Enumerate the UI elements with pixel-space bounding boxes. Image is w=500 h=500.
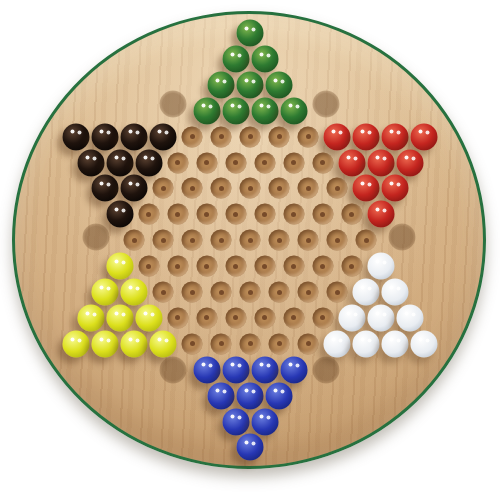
marble-black[interactable] [92, 123, 119, 150]
marble-blue[interactable] [280, 356, 307, 383]
marble-blue[interactable] [222, 408, 249, 435]
board-hole-r8c7[interactable] [283, 204, 304, 225]
board-hole-r10c9[interactable] [341, 256, 362, 277]
marble-red[interactable] [396, 149, 423, 176]
marble-yellow[interactable] [92, 279, 119, 306]
board-hole-r12c9[interactable] [312, 307, 333, 328]
marble-yellow[interactable] [121, 279, 148, 306]
board-hole-r12c6[interactable] [225, 307, 246, 328]
board-hole-r8c6[interactable] [254, 204, 275, 225]
marble-red[interactable] [353, 123, 380, 150]
marble-blue[interactable] [237, 382, 264, 409]
board-hole-r11c9[interactable] [327, 282, 348, 303]
board-hole-r13c9[interactable] [298, 333, 319, 354]
marble-black[interactable] [106, 149, 133, 176]
marble-white[interactable] [382, 279, 409, 306]
board-hole-r8c3[interactable] [167, 204, 188, 225]
board-hole-r5c8[interactable] [269, 126, 290, 147]
corner-plug-dot [159, 91, 186, 118]
marble-white[interactable] [353, 279, 380, 306]
board-hole-r7c3[interactable] [153, 178, 174, 199]
marble-blue[interactable] [222, 356, 249, 383]
board-hole-r10c8[interactable] [312, 256, 333, 277]
board-hole-r6c5[interactable] [196, 152, 217, 173]
marble-yellow[interactable] [92, 330, 119, 357]
marble-black[interactable] [135, 149, 162, 176]
marble-white[interactable] [367, 304, 394, 331]
marble-red[interactable] [382, 175, 409, 202]
board-hole-r8c2[interactable] [138, 204, 159, 225]
marble-green[interactable] [222, 97, 249, 124]
board-hole-r5c6[interactable] [211, 126, 232, 147]
marble-black[interactable] [106, 201, 133, 228]
board-hole-r9c3[interactable] [182, 230, 203, 251]
board-hole-r10c2[interactable] [138, 256, 159, 277]
board-hole-r6c8[interactable] [283, 152, 304, 173]
marble-green[interactable] [251, 45, 278, 72]
board-hole-r13c5[interactable] [182, 333, 203, 354]
board-hole-r7c8[interactable] [298, 178, 319, 199]
marble-green[interactable] [251, 97, 278, 124]
board-hole-r11c3[interactable] [153, 282, 174, 303]
board-hole-r7c5[interactable] [211, 178, 232, 199]
board-hole-r9c8[interactable] [327, 230, 348, 251]
marble-red[interactable] [353, 175, 380, 202]
marble-red[interactable] [382, 123, 409, 150]
board-hole-r10c3[interactable] [167, 256, 188, 277]
board-hole-r6c9[interactable] [312, 152, 333, 173]
board-hole-r5c7[interactable] [240, 126, 261, 147]
marble-black[interactable] [121, 123, 148, 150]
board-hole-r11c5[interactable] [211, 282, 232, 303]
corner-plug-dot [312, 356, 339, 383]
marble-yellow[interactable] [121, 330, 148, 357]
board-hole-r9c5[interactable] [240, 230, 261, 251]
marble-red[interactable] [367, 201, 394, 228]
marble-white[interactable] [353, 330, 380, 357]
marble-green[interactable] [208, 71, 235, 98]
board-hole-r5c9[interactable] [298, 126, 319, 147]
marble-blue[interactable] [251, 408, 278, 435]
marble-white[interactable] [367, 253, 394, 280]
board-hole-r8c9[interactable] [341, 204, 362, 225]
board-hole-r11c4[interactable] [182, 282, 203, 303]
board-hole-r10c7[interactable] [283, 256, 304, 277]
marble-yellow[interactable] [63, 330, 90, 357]
board-hole-r10c6[interactable] [254, 256, 275, 277]
board-hole-r6c7[interactable] [254, 152, 275, 173]
board-hole-r9c7[interactable] [298, 230, 319, 251]
board-hole-r13c8[interactable] [269, 333, 290, 354]
marble-white[interactable] [338, 304, 365, 331]
marble-black[interactable] [92, 175, 119, 202]
board-hole-r13c7[interactable] [240, 333, 261, 354]
board-hole-r7c6[interactable] [240, 178, 261, 199]
board-hole-r9c9[interactable] [356, 230, 377, 251]
marble-yellow[interactable] [77, 304, 104, 331]
marble-blue[interactable] [251, 356, 278, 383]
marble-blue[interactable] [237, 434, 264, 461]
marble-blue[interactable] [266, 382, 293, 409]
board-hole-r7c9[interactable] [327, 178, 348, 199]
board-hole-r11c6[interactable] [240, 282, 261, 303]
board-hole-r7c7[interactable] [269, 178, 290, 199]
marble-black[interactable] [63, 123, 90, 150]
marble-red[interactable] [324, 123, 351, 150]
board-hole-r8c8[interactable] [312, 204, 333, 225]
corner-plug-dot [83, 224, 110, 251]
marble-yellow[interactable] [150, 330, 177, 357]
marble-yellow[interactable] [135, 304, 162, 331]
marble-yellow[interactable] [106, 304, 133, 331]
marble-green[interactable] [237, 71, 264, 98]
board-hole-r6c4[interactable] [167, 152, 188, 173]
board-hole-r8c5[interactable] [225, 204, 246, 225]
board-hole-r12c7[interactable] [254, 307, 275, 328]
board-hole-r12c8[interactable] [283, 307, 304, 328]
marble-green[interactable] [266, 71, 293, 98]
corner-plug-dot [159, 356, 186, 383]
marble-white[interactable] [411, 330, 438, 357]
board-hole-r9c6[interactable] [269, 230, 290, 251]
board-hole-r13c6[interactable] [211, 333, 232, 354]
screenshot-stage [0, 0, 500, 500]
board-hole-r11c7[interactable] [269, 282, 290, 303]
board-hole-r7c4[interactable] [182, 178, 203, 199]
board-hole-r11c8[interactable] [298, 282, 319, 303]
marble-yellow[interactable] [106, 253, 133, 280]
board-hole-r8c4[interactable] [196, 204, 217, 225]
corner-plug-dot [312, 91, 339, 118]
corner-plug-dot [389, 224, 416, 251]
marble-green[interactable] [280, 97, 307, 124]
marble-black[interactable] [77, 149, 104, 176]
marble-white[interactable] [396, 304, 423, 331]
marble-blue[interactable] [208, 382, 235, 409]
marble-black[interactable] [121, 175, 148, 202]
board-hole-r9c2[interactable] [153, 230, 174, 251]
marble-red[interactable] [411, 123, 438, 150]
board-hole-r10c4[interactable] [196, 256, 217, 277]
marble-red[interactable] [338, 149, 365, 176]
board-hole-r9c4[interactable] [211, 230, 232, 251]
board-hole-r5c5[interactable] [182, 126, 203, 147]
board-hole-r9c1[interactable] [124, 230, 145, 251]
marble-green[interactable] [237, 20, 264, 47]
board-hole-r10c5[interactable] [225, 256, 246, 277]
marble-green[interactable] [222, 45, 249, 72]
marble-black[interactable] [150, 123, 177, 150]
marble-blue[interactable] [193, 356, 220, 383]
marble-white[interactable] [324, 330, 351, 357]
marble-green[interactable] [193, 97, 220, 124]
board-hole-r12c4[interactable] [167, 307, 188, 328]
marble-white[interactable] [382, 330, 409, 357]
board-hole-r6c6[interactable] [225, 152, 246, 173]
marble-red[interactable] [367, 149, 394, 176]
board-hole-r12c5[interactable] [196, 307, 217, 328]
